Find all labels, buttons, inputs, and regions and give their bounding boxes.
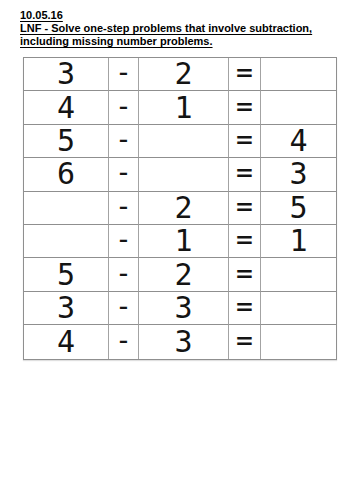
cell-r6-minuend[interactable] xyxy=(24,225,109,258)
cell-r4-equals-sign: = xyxy=(229,158,261,191)
cell-r8-answer[interactable] xyxy=(261,292,336,325)
cell-r6-subtrahend: 1 xyxy=(139,225,229,258)
cell-r8-subtrahend: 3 xyxy=(139,292,229,325)
cell-r3-answer: 4 xyxy=(261,125,336,158)
cell-r1-answer[interactable] xyxy=(261,58,336,91)
cell-r5-minus-sign: - xyxy=(109,192,139,225)
worksheet-header: 10.05.16 LNF - Solve one-step problems t… xyxy=(20,9,350,48)
cell-r2-answer[interactable] xyxy=(261,91,336,124)
cell-r2-minus-sign: - xyxy=(109,91,139,124)
cell-r9-minuend: 4 xyxy=(24,325,109,358)
cell-r7-minus-sign: - xyxy=(109,258,139,291)
cell-r3-equals-sign: = xyxy=(229,125,261,158)
cell-r1-equals-sign: = xyxy=(229,58,261,91)
objective-title-line-1: LNF - Solve one-step problems that invol… xyxy=(20,22,350,35)
cell-r4-subtrahend[interactable] xyxy=(139,158,229,191)
cell-r9-answer[interactable] xyxy=(261,325,336,358)
cell-r5-answer: 5 xyxy=(261,192,336,225)
cell-r6-equals-sign: = xyxy=(229,225,261,258)
cell-r4-minuend: 6 xyxy=(24,158,109,191)
cell-r9-equals-sign: = xyxy=(229,325,261,358)
cell-r3-subtrahend[interactable] xyxy=(139,125,229,158)
cell-r7-answer[interactable] xyxy=(261,258,336,291)
cell-r2-subtrahend: 1 xyxy=(139,91,229,124)
cell-r1-minus-sign: - xyxy=(109,58,139,91)
date-heading: 10.05.16 xyxy=(20,9,350,22)
cell-r7-subtrahend: 2 xyxy=(139,258,229,291)
cell-r7-equals-sign: = xyxy=(229,258,261,291)
cell-r5-equals-sign: = xyxy=(229,192,261,225)
objective-title-line-2: including missing number problems. xyxy=(20,35,350,48)
cell-r8-equals-sign: = xyxy=(229,292,261,325)
cell-r2-equals-sign: = xyxy=(229,91,261,124)
cell-r6-minus-sign: - xyxy=(109,225,139,258)
cell-r4-answer: 3 xyxy=(261,158,336,191)
cell-r3-minuend: 5 xyxy=(24,125,109,158)
cell-r8-minus-sign: - xyxy=(109,292,139,325)
subtraction-problems-table: 3-2=4-1=5-=46-=3-2=5-1=15-2=3-3=4-3= xyxy=(23,57,337,360)
cell-r9-minus-sign: - xyxy=(109,325,139,358)
worksheet-page: 10.05.16 LNF - Solve one-step problems t… xyxy=(0,0,353,500)
cell-r1-subtrahend: 2 xyxy=(139,58,229,91)
cell-r5-subtrahend: 2 xyxy=(139,192,229,225)
cell-r1-minuend: 3 xyxy=(24,58,109,91)
cell-r4-minus-sign: - xyxy=(109,158,139,191)
cell-r6-answer: 1 xyxy=(261,225,336,258)
cell-r2-minuend: 4 xyxy=(24,91,109,124)
cell-r5-minuend[interactable] xyxy=(24,192,109,225)
cell-r8-minuend: 3 xyxy=(24,292,109,325)
cell-r9-subtrahend: 3 xyxy=(139,325,229,358)
cell-r3-minus-sign: - xyxy=(109,125,139,158)
cell-r7-minuend: 5 xyxy=(24,258,109,291)
